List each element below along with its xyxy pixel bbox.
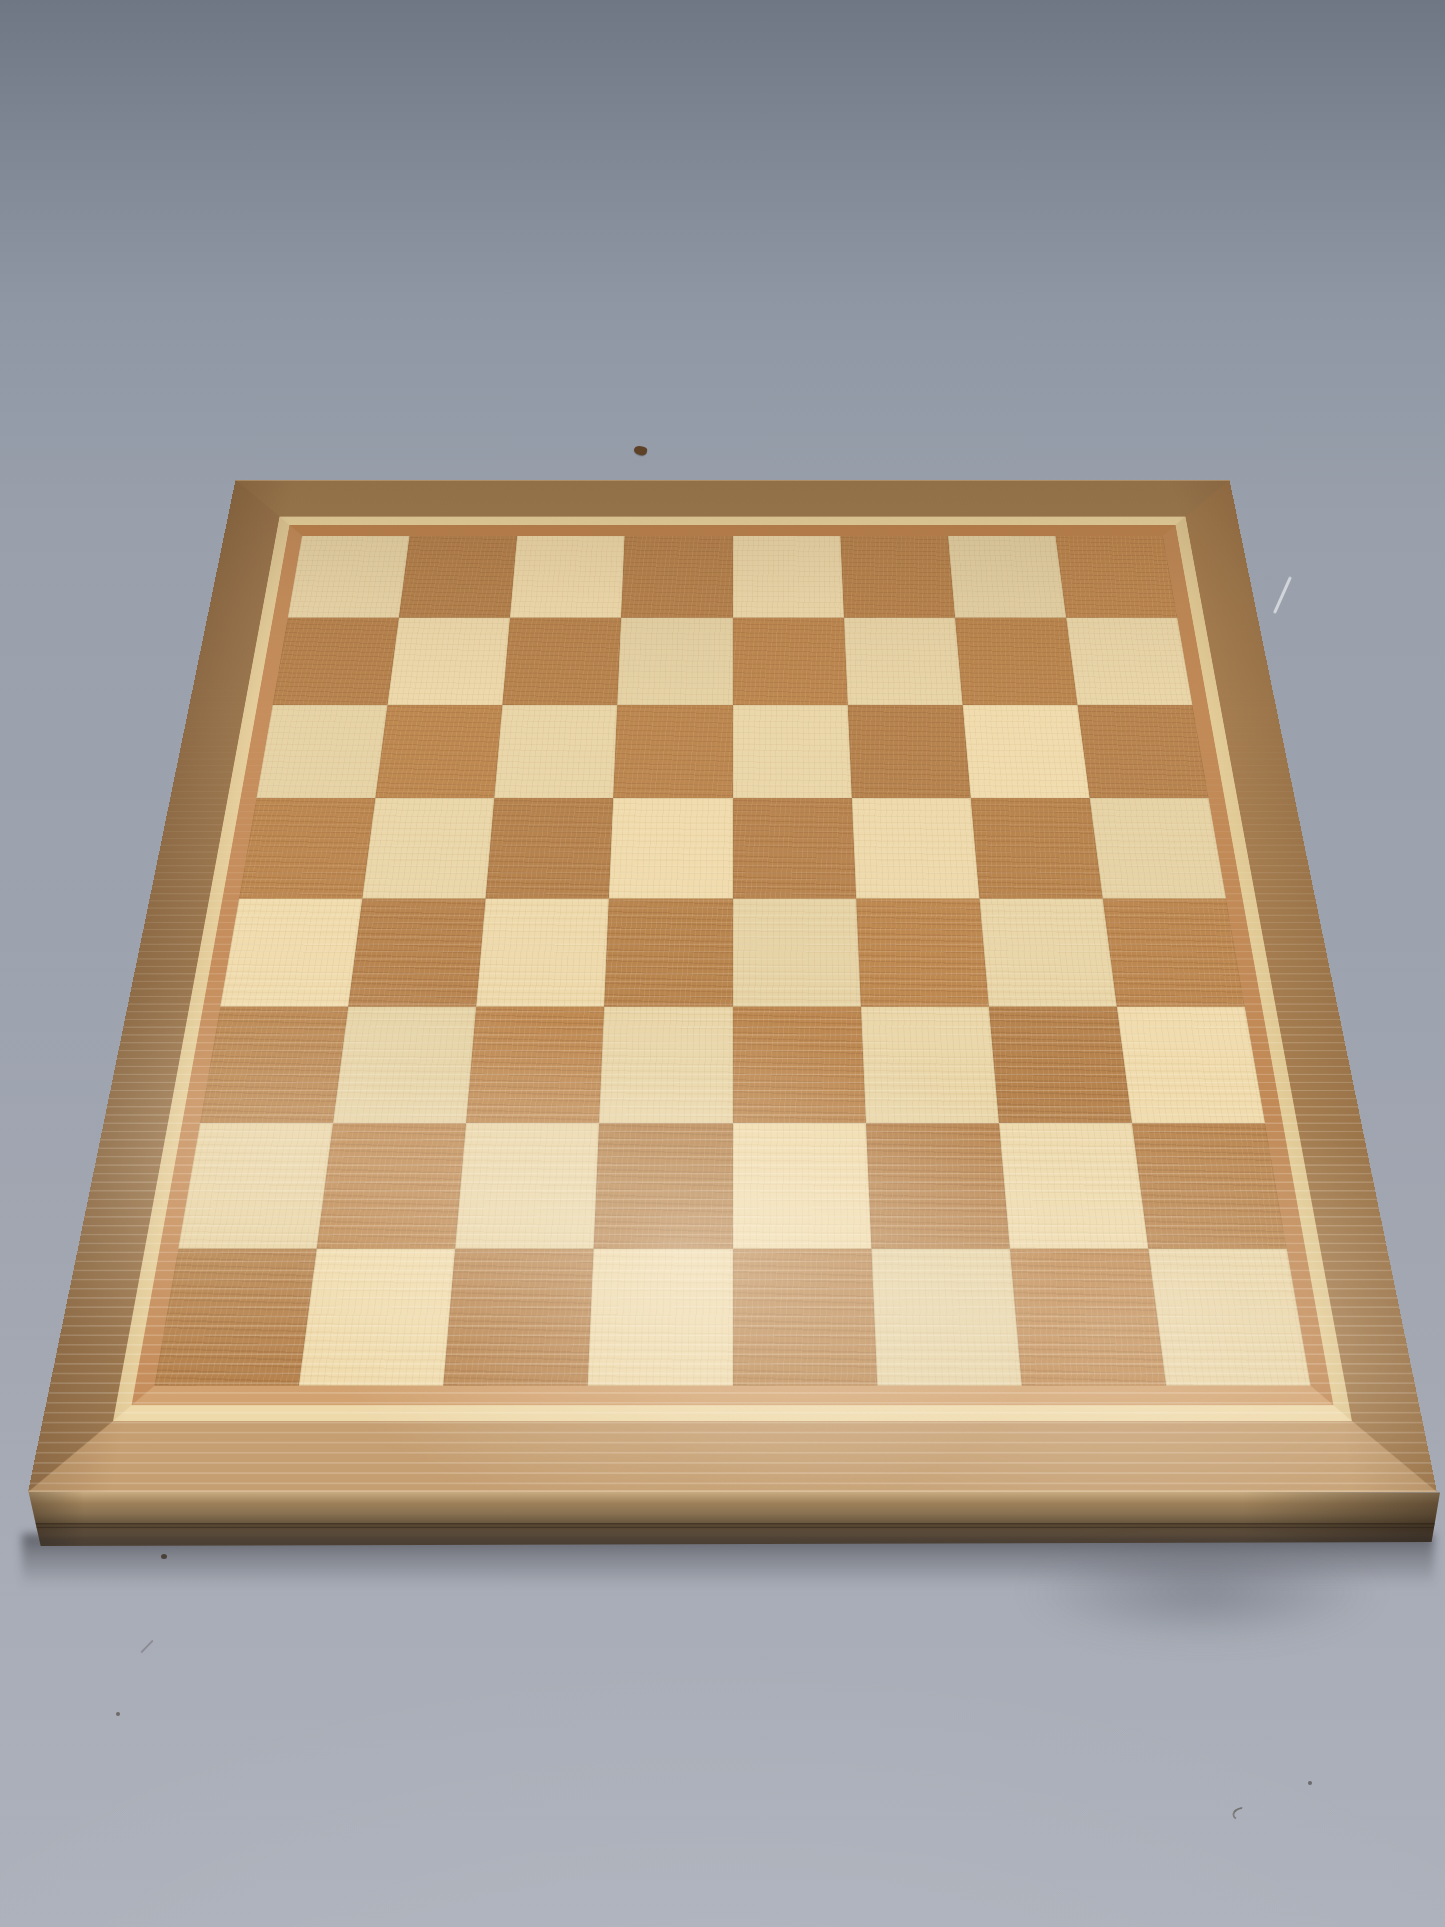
square-e6	[733, 705, 852, 798]
square-b5	[362, 798, 494, 898]
dust-speck	[161, 1554, 167, 1559]
square-e1	[733, 1249, 878, 1386]
square-b4	[348, 899, 485, 1007]
square-d7	[618, 617, 733, 704]
scene-photo	[0, 0, 1445, 1927]
contact-shadow	[22, 1534, 1434, 1586]
square-c8	[510, 536, 625, 618]
square-b3	[333, 1006, 476, 1122]
square-h4	[1103, 899, 1245, 1007]
square-a6	[256, 705, 387, 798]
square-g2	[999, 1123, 1149, 1249]
square-a5	[239, 798, 375, 898]
square-e4	[733, 899, 861, 1007]
dust-speck	[1308, 1781, 1312, 1785]
square-a8	[288, 536, 410, 618]
square-d6	[613, 705, 732, 798]
square-g4	[979, 899, 1116, 1007]
inlay-border	[113, 517, 1352, 1421]
square-d2	[594, 1123, 733, 1249]
square-a1	[154, 1249, 316, 1386]
square-d4	[604, 899, 732, 1007]
square-a7	[273, 617, 399, 704]
square-b1	[299, 1249, 455, 1386]
square-g5	[971, 798, 1103, 898]
square-h2	[1132, 1123, 1287, 1249]
square-f1	[871, 1249, 1021, 1386]
square-e5	[733, 798, 856, 898]
square-f7	[844, 617, 963, 704]
square-e3	[733, 1006, 866, 1122]
accent-strip	[132, 525, 1334, 1405]
square-f6	[847, 705, 970, 798]
square-h6	[1077, 705, 1208, 798]
square-c1	[443, 1249, 593, 1386]
square-a2	[178, 1123, 333, 1249]
square-c5	[486, 798, 614, 898]
square-e7	[733, 617, 848, 704]
square-d8	[621, 536, 732, 618]
square-e2	[733, 1123, 872, 1249]
square-h5	[1090, 798, 1226, 898]
square-g7	[955, 617, 1078, 704]
square-g6	[962, 705, 1089, 798]
square-c2	[455, 1123, 599, 1249]
box-lid-seam	[28, 1523, 1440, 1528]
square-g8	[948, 536, 1066, 618]
square-f2	[866, 1123, 1010, 1249]
square-g1	[1010, 1249, 1166, 1386]
square-e8	[733, 536, 844, 618]
square-f5	[852, 798, 980, 898]
square-f4	[856, 899, 989, 1007]
square-h3	[1117, 1006, 1265, 1122]
square-c6	[494, 705, 617, 798]
square-a4	[220, 899, 362, 1007]
square-b2	[317, 1123, 467, 1249]
square-d3	[599, 1006, 732, 1122]
square-h8	[1055, 536, 1177, 618]
square-f8	[840, 536, 955, 618]
square-d5	[609, 798, 732, 898]
square-c3	[466, 1006, 604, 1122]
chess-box-board	[28, 480, 1437, 1492]
square-h1	[1148, 1249, 1310, 1386]
square-b8	[399, 536, 517, 618]
dust-speck	[116, 1712, 120, 1716]
square-c4	[476, 899, 609, 1007]
square-g3	[989, 1006, 1132, 1122]
square-b7	[388, 617, 511, 704]
square-b6	[375, 705, 502, 798]
square-c7	[503, 617, 622, 704]
square-a3	[200, 1006, 348, 1122]
square-d1	[588, 1249, 733, 1386]
square-h7	[1066, 617, 1192, 704]
square-f3	[861, 1006, 999, 1122]
board-grid	[154, 536, 1310, 1386]
